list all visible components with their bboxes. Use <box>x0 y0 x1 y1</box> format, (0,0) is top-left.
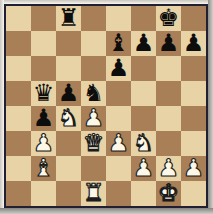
square-h1[interactable] <box>181 181 206 206</box>
piece-white-pawn[interactable]: ♟ <box>31 131 56 156</box>
square-e7[interactable]: ♝ <box>106 31 131 56</box>
piece-white-bishop[interactable]: ♝ <box>31 156 56 181</box>
piece-black-pawn[interactable]: ♟ <box>131 31 156 56</box>
square-a4[interactable] <box>6 106 31 131</box>
square-g4[interactable] <box>156 106 181 131</box>
piece-black-pawn[interactable]: ♟ <box>181 31 206 56</box>
piece-white-pawn[interactable]: ♟ <box>131 156 156 181</box>
square-b3[interactable]: ♟ <box>31 131 56 156</box>
piece-black-rook[interactable]: ♜ <box>56 6 81 31</box>
square-a1[interactable] <box>6 181 31 206</box>
piece-black-knight[interactable]: ♞ <box>81 81 106 106</box>
square-a6[interactable] <box>6 56 31 81</box>
square-a3[interactable] <box>6 131 31 156</box>
square-d8[interactable] <box>81 6 106 31</box>
square-h7[interactable]: ♟ <box>181 31 206 56</box>
square-e3[interactable]: ♟ <box>106 131 131 156</box>
piece-white-pawn[interactable]: ♟ <box>181 156 206 181</box>
square-h5[interactable] <box>181 81 206 106</box>
square-h6[interactable] <box>181 56 206 81</box>
square-f5[interactable] <box>131 81 156 106</box>
square-c1[interactable] <box>56 181 81 206</box>
square-h4[interactable] <box>181 106 206 131</box>
piece-black-king[interactable]: ♚ <box>156 6 181 31</box>
square-b6[interactable] <box>31 56 56 81</box>
square-d2[interactable] <box>81 156 106 181</box>
piece-white-pawn[interactable]: ♟ <box>156 156 181 181</box>
square-e5[interactable] <box>106 81 131 106</box>
piece-white-knight[interactable]: ♞ <box>56 106 81 131</box>
square-f8[interactable] <box>131 6 156 31</box>
piece-black-bishop[interactable]: ♝ <box>106 31 131 56</box>
square-e8[interactable] <box>106 6 131 31</box>
window-frame: ♜♚♝♟♟♟♟♛♟♞♟♞♟♟♛♟♞♝♟♟♟♜♚ <box>0 0 213 214</box>
square-b7[interactable] <box>31 31 56 56</box>
piece-black-queen[interactable]: ♛ <box>31 81 56 106</box>
piece-white-pawn[interactable]: ♟ <box>106 131 131 156</box>
square-c7[interactable] <box>56 31 81 56</box>
square-e6[interactable]: ♟ <box>106 56 131 81</box>
piece-black-pawn[interactable]: ♟ <box>106 56 131 81</box>
chess-board: ♜♚♝♟♟♟♟♛♟♞♟♞♟♟♛♟♞♝♟♟♟♜♚ <box>6 6 206 206</box>
square-g2[interactable]: ♟ <box>156 156 181 181</box>
square-a5[interactable] <box>6 81 31 106</box>
square-a2[interactable] <box>6 156 31 181</box>
square-a8[interactable] <box>6 6 31 31</box>
square-h2[interactable]: ♟ <box>181 156 206 181</box>
square-g8[interactable]: ♚ <box>156 6 181 31</box>
square-g1[interactable]: ♚ <box>156 181 181 206</box>
square-b8[interactable] <box>31 6 56 31</box>
piece-white-pawn[interactable]: ♟ <box>81 106 106 131</box>
square-e1[interactable] <box>106 181 131 206</box>
square-g7[interactable]: ♟ <box>156 31 181 56</box>
square-c6[interactable] <box>56 56 81 81</box>
frame-edge-bottom <box>0 208 213 214</box>
piece-white-knight[interactable]: ♞ <box>131 131 156 156</box>
piece-white-queen[interactable]: ♛ <box>81 131 106 156</box>
piece-black-pawn[interactable]: ♟ <box>31 106 56 131</box>
square-d5[interactable]: ♞ <box>81 81 106 106</box>
square-f6[interactable] <box>131 56 156 81</box>
square-b4[interactable]: ♟ <box>31 106 56 131</box>
piece-black-pawn[interactable]: ♟ <box>56 81 81 106</box>
square-e2[interactable] <box>106 156 131 181</box>
piece-black-pawn[interactable]: ♟ <box>156 31 181 56</box>
square-c3[interactable] <box>56 131 81 156</box>
square-b1[interactable] <box>31 181 56 206</box>
square-b2[interactable]: ♝ <box>31 156 56 181</box>
square-d3[interactable]: ♛ <box>81 131 106 156</box>
square-d4[interactable]: ♟ <box>81 106 106 131</box>
square-f7[interactable]: ♟ <box>131 31 156 56</box>
square-d1[interactable]: ♜ <box>81 181 106 206</box>
square-d6[interactable] <box>81 56 106 81</box>
square-f1[interactable] <box>131 181 156 206</box>
square-c5[interactable]: ♟ <box>56 81 81 106</box>
square-g3[interactable] <box>156 131 181 156</box>
square-e4[interactable] <box>106 106 131 131</box>
square-h3[interactable] <box>181 131 206 156</box>
piece-white-king[interactable]: ♚ <box>156 181 181 206</box>
square-d7[interactable] <box>81 31 106 56</box>
square-c2[interactable] <box>56 156 81 181</box>
square-a7[interactable] <box>6 31 31 56</box>
piece-white-rook[interactable]: ♜ <box>81 181 106 206</box>
square-g5[interactable] <box>156 81 181 106</box>
square-f4[interactable] <box>131 106 156 131</box>
square-f3[interactable]: ♞ <box>131 131 156 156</box>
square-c4[interactable]: ♞ <box>56 106 81 131</box>
square-h8[interactable] <box>181 6 206 31</box>
square-c8[interactable]: ♜ <box>56 6 81 31</box>
square-b5[interactable]: ♛ <box>31 81 56 106</box>
square-g6[interactable] <box>156 56 181 81</box>
frame-edge-right <box>208 0 213 214</box>
square-f2[interactable]: ♟ <box>131 156 156 181</box>
